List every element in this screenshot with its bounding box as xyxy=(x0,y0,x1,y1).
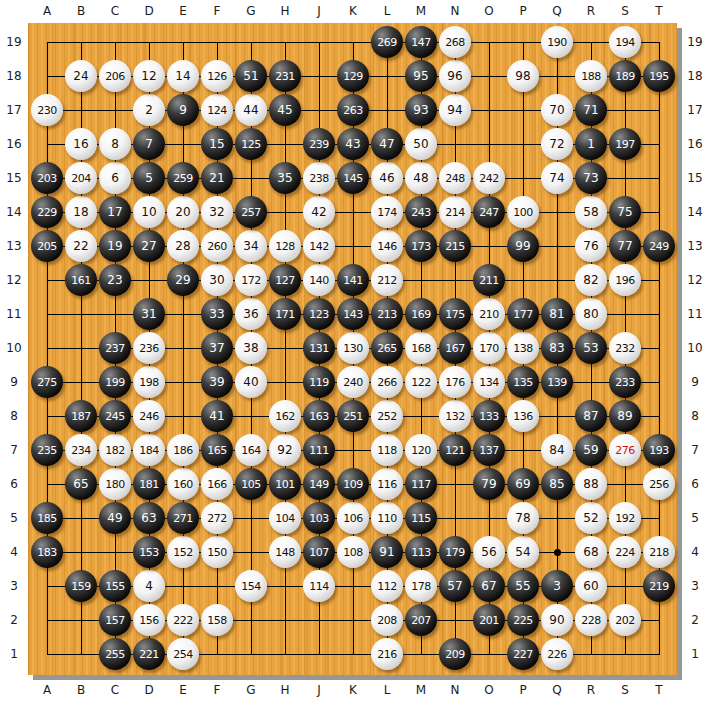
coord-bottom-label-D: D xyxy=(132,683,166,697)
coord-bottom-label-G: G xyxy=(234,683,268,697)
coord-top-label-E: E xyxy=(166,4,200,18)
coord-bottom-label-Q: Q xyxy=(540,683,574,697)
stone-P9-move-135: 135 xyxy=(507,366,539,398)
coord-right-label-4: 4 xyxy=(684,545,706,559)
stone-P4-move-54: 54 xyxy=(507,536,539,568)
coord-top-label-J: J xyxy=(302,4,336,18)
stone-C6-move-180: 180 xyxy=(99,468,131,500)
coord-top-label-P: P xyxy=(506,4,540,18)
coord-right-label-10: 10 xyxy=(684,341,706,355)
stone-S8-move-89: 89 xyxy=(609,400,641,432)
stone-D11-move-31: 31 xyxy=(133,298,165,330)
stone-Q2-move-90: 90 xyxy=(541,604,573,636)
stone-O12-move-211: 211 xyxy=(473,264,505,296)
stone-G7-move-164: 164 xyxy=(235,434,267,466)
stone-D4-move-153: 153 xyxy=(133,536,165,568)
stone-S2-move-202: 202 xyxy=(609,604,641,636)
stone-P3-move-55: 55 xyxy=(507,570,539,602)
stone-S13-move-77: 77 xyxy=(609,230,641,262)
stone-M6-move-117: 117 xyxy=(405,468,437,500)
stone-F7-move-165: 165 xyxy=(201,434,233,466)
stone-L9-move-266: 266 xyxy=(371,366,403,398)
stone-D3-move-4: 4 xyxy=(133,570,165,602)
stone-E14-move-20: 20 xyxy=(167,196,199,228)
coord-bottom-label-E: E xyxy=(166,683,200,697)
stone-H12-move-127: 127 xyxy=(269,264,301,296)
coord-top-label-L: L xyxy=(370,4,404,18)
stone-L16-move-47: 47 xyxy=(371,128,403,160)
stone-M3-move-178: 178 xyxy=(405,570,437,602)
stone-B7-move-234: 234 xyxy=(65,434,97,466)
stone-C1-move-255: 255 xyxy=(99,638,131,670)
stone-R16-move-1: 1 xyxy=(575,128,607,160)
coord-left-label-3: 3 xyxy=(3,579,25,593)
stone-H6-move-101: 101 xyxy=(269,468,301,500)
stone-L2-move-208: 208 xyxy=(371,604,403,636)
stone-P1-move-227: 227 xyxy=(507,638,539,670)
coord-top-label-F: F xyxy=(200,4,234,18)
coord-left-label-4: 4 xyxy=(3,545,25,559)
stone-S12-move-196: 196 xyxy=(609,264,641,296)
stone-H13-move-128: 128 xyxy=(269,230,301,262)
stone-O8-move-133: 133 xyxy=(473,400,505,432)
stone-R13-move-76: 76 xyxy=(575,230,607,262)
stone-B16-move-16: 16 xyxy=(65,128,97,160)
coord-right-label-16: 16 xyxy=(684,137,706,151)
stone-M19-move-147: 147 xyxy=(405,26,437,58)
stone-G12-move-172: 172 xyxy=(235,264,267,296)
stone-F16-move-15: 15 xyxy=(201,128,233,160)
coord-left-label-10: 10 xyxy=(3,341,25,355)
coord-bottom-label-N: N xyxy=(438,683,472,697)
coord-right-label-17: 17 xyxy=(684,103,706,117)
stone-O6-move-79: 79 xyxy=(473,468,505,500)
coord-right-label-11: 11 xyxy=(684,307,706,321)
stone-B18-move-24: 24 xyxy=(65,60,97,92)
stone-S16-move-197: 197 xyxy=(609,128,641,160)
coord-top-label-O: O xyxy=(472,4,506,18)
stone-D14-move-10: 10 xyxy=(133,196,165,228)
stone-M11-move-169: 169 xyxy=(405,298,437,330)
stone-S14-move-75: 75 xyxy=(609,196,641,228)
stone-C10-move-237: 237 xyxy=(99,332,131,364)
stone-D16-move-7: 7 xyxy=(133,128,165,160)
stone-M18-move-95: 95 xyxy=(405,60,437,92)
coord-bottom-label-S: S xyxy=(608,683,642,697)
stone-G10-move-38: 38 xyxy=(235,332,267,364)
stone-O7-move-137: 137 xyxy=(473,434,505,466)
stone-N4-move-179: 179 xyxy=(439,536,471,568)
stone-R8-move-87: 87 xyxy=(575,400,607,432)
coord-top-label-M: M xyxy=(404,4,438,18)
stone-D5-move-63: 63 xyxy=(133,502,165,534)
stone-F12-move-30: 30 xyxy=(201,264,233,296)
stone-J11-move-123: 123 xyxy=(303,298,335,330)
stone-F14-move-32: 32 xyxy=(201,196,233,228)
stone-H15-move-35: 35 xyxy=(269,162,301,194)
stone-J12-move-140: 140 xyxy=(303,264,335,296)
stone-D1-move-221: 221 xyxy=(133,638,165,670)
stone-J4-move-107: 107 xyxy=(303,536,335,568)
stone-C15-move-6: 6 xyxy=(99,162,131,194)
stone-S19-move-194: 194 xyxy=(609,26,641,58)
stone-P5-move-78: 78 xyxy=(507,502,539,534)
coord-top-label-Q: Q xyxy=(540,4,574,18)
stone-C12-move-23: 23 xyxy=(99,264,131,296)
coord-top-label-N: N xyxy=(438,4,472,18)
stone-F2-move-158: 158 xyxy=(201,604,233,636)
stone-H18-move-231: 231 xyxy=(269,60,301,92)
stone-R7-move-59: 59 xyxy=(575,434,607,466)
stone-N19-move-268: 268 xyxy=(439,26,471,58)
coord-left-label-1: 1 xyxy=(3,647,25,661)
stone-K12-move-141: 141 xyxy=(337,264,369,296)
stone-F11-move-33: 33 xyxy=(201,298,233,330)
coord-left-label-9: 9 xyxy=(3,375,25,389)
stone-C9-move-199: 199 xyxy=(99,366,131,398)
coord-left-label-6: 6 xyxy=(3,477,25,491)
stone-K6-move-109: 109 xyxy=(337,468,369,500)
stone-D7-move-184: 184 xyxy=(133,434,165,466)
stone-F17-move-124: 124 xyxy=(201,94,233,126)
stone-T13-move-249: 249 xyxy=(643,230,675,262)
coord-left-label-17: 17 xyxy=(3,103,25,117)
stone-F15-move-21: 21 xyxy=(201,162,233,194)
coord-left-label-2: 2 xyxy=(3,613,25,627)
stone-M5-move-115: 115 xyxy=(405,502,437,534)
stone-N3-move-57: 57 xyxy=(439,570,471,602)
stone-D18-move-12: 12 xyxy=(133,60,165,92)
star-point-Q4 xyxy=(554,549,561,556)
stone-N1-move-209: 209 xyxy=(439,638,471,670)
stone-P14-move-100: 100 xyxy=(507,196,539,228)
stone-Q1-move-226: 226 xyxy=(541,638,573,670)
stone-B15-move-204: 204 xyxy=(65,162,97,194)
stone-R15-move-73: 73 xyxy=(575,162,607,194)
coord-right-label-14: 14 xyxy=(684,205,706,219)
stone-L10-move-265: 265 xyxy=(371,332,403,364)
stone-H8-move-162: 162 xyxy=(269,400,301,432)
stone-D8-move-246: 246 xyxy=(133,400,165,432)
stone-R10-move-53: 53 xyxy=(575,332,607,364)
stone-H5-move-104: 104 xyxy=(269,502,301,534)
stone-R12-move-82: 82 xyxy=(575,264,607,296)
stone-A14-move-229: 229 xyxy=(31,196,63,228)
coord-right-label-8: 8 xyxy=(684,409,706,423)
coord-bottom-label-J: J xyxy=(302,683,336,697)
stone-L7-move-118: 118 xyxy=(371,434,403,466)
stone-B6-move-65: 65 xyxy=(65,468,97,500)
stone-O4-move-56: 56 xyxy=(473,536,505,568)
stone-C7-move-182: 182 xyxy=(99,434,131,466)
stone-Q16-move-72: 72 xyxy=(541,128,573,160)
stone-C14-move-17: 17 xyxy=(99,196,131,228)
stone-B12-move-161: 161 xyxy=(65,264,97,296)
stone-G17-move-44: 44 xyxy=(235,94,267,126)
stone-C13-move-19: 19 xyxy=(99,230,131,262)
stone-P18-move-98: 98 xyxy=(507,60,539,92)
coord-bottom-label-A: A xyxy=(30,683,64,697)
coord-bottom-label-T: T xyxy=(642,683,676,697)
coord-left-label-12: 12 xyxy=(3,273,25,287)
coord-right-label-5: 5 xyxy=(684,511,706,525)
stone-L15-move-46: 46 xyxy=(371,162,403,194)
stone-Q9-move-139: 139 xyxy=(541,366,573,398)
go-kifu-page: 1234567891012141516171819202122232427282… xyxy=(0,0,715,701)
stone-R17-move-71: 71 xyxy=(575,94,607,126)
stone-D9-move-198: 198 xyxy=(133,366,165,398)
stone-O9-move-134: 134 xyxy=(473,366,505,398)
stone-E13-move-28: 28 xyxy=(167,230,199,262)
stone-K5-move-106: 106 xyxy=(337,502,369,534)
stone-R14-move-58: 58 xyxy=(575,196,607,228)
stone-C18-move-206: 206 xyxy=(99,60,131,92)
stone-O2-move-201: 201 xyxy=(473,604,505,636)
coord-right-label-18: 18 xyxy=(684,69,706,83)
coord-top-label-S: S xyxy=(608,4,642,18)
stone-R4-move-68: 68 xyxy=(575,536,607,568)
stone-J5-move-103: 103 xyxy=(303,502,335,534)
stone-H7-move-92: 92 xyxy=(269,434,301,466)
stone-P6-move-69: 69 xyxy=(507,468,539,500)
stone-R2-move-228: 228 xyxy=(575,604,607,636)
stone-O15-move-242: 242 xyxy=(473,162,505,194)
stone-N9-move-176: 176 xyxy=(439,366,471,398)
stone-Q19-move-190: 190 xyxy=(541,26,573,58)
stone-Q11-move-81: 81 xyxy=(541,298,573,330)
stone-G16-move-125: 125 xyxy=(235,128,267,160)
stone-K11-move-143: 143 xyxy=(337,298,369,330)
stone-B8-move-187: 187 xyxy=(65,400,97,432)
coord-top-label-C: C xyxy=(98,4,132,18)
stone-M7-move-120: 120 xyxy=(405,434,437,466)
stone-L19-move-269: 269 xyxy=(371,26,403,58)
stone-S10-move-232: 232 xyxy=(609,332,641,364)
stone-Q7-move-84: 84 xyxy=(541,434,573,466)
coord-right-label-15: 15 xyxy=(684,171,706,185)
stone-C2-move-157: 157 xyxy=(99,604,131,636)
stone-F9-move-39: 39 xyxy=(201,366,233,398)
coord-top-label-H: H xyxy=(268,4,302,18)
stone-E6-move-160: 160 xyxy=(167,468,199,500)
stone-J8-move-163: 163 xyxy=(303,400,335,432)
coord-bottom-label-R: R xyxy=(574,683,608,697)
stone-L3-move-112: 112 xyxy=(371,570,403,602)
stone-H11-move-171: 171 xyxy=(269,298,301,330)
coord-right-label-2: 2 xyxy=(684,613,706,627)
stone-F13-move-260: 260 xyxy=(201,230,233,262)
coord-left-label-19: 19 xyxy=(3,35,25,49)
stone-F8-move-41: 41 xyxy=(201,400,233,432)
stone-L6-move-116: 116 xyxy=(371,468,403,500)
stone-K17-move-263: 263 xyxy=(337,94,369,126)
coord-right-label-9: 9 xyxy=(684,375,706,389)
stone-N17-move-94: 94 xyxy=(439,94,471,126)
stone-S4-move-224: 224 xyxy=(609,536,641,568)
stone-J16-move-239: 239 xyxy=(303,128,335,160)
coord-left-label-14: 14 xyxy=(3,205,25,219)
stone-K10-move-130: 130 xyxy=(337,332,369,364)
coord-bottom-label-P: P xyxy=(506,683,540,697)
stone-F6-move-166: 166 xyxy=(201,468,233,500)
stone-E12-move-29: 29 xyxy=(167,264,199,296)
stone-M15-move-48: 48 xyxy=(405,162,437,194)
stone-N7-move-121: 121 xyxy=(439,434,471,466)
stone-K15-move-145: 145 xyxy=(337,162,369,194)
coord-left-label-7: 7 xyxy=(3,443,25,457)
coord-top-label-R: R xyxy=(574,4,608,18)
stone-J13-move-142: 142 xyxy=(303,230,335,262)
stone-S18-move-189: 189 xyxy=(609,60,641,92)
stone-A5-move-185: 185 xyxy=(31,502,63,534)
stone-N13-move-215: 215 xyxy=(439,230,471,262)
stone-J14-move-42: 42 xyxy=(303,196,335,228)
stone-E7-move-186: 186 xyxy=(167,434,199,466)
stone-D6-move-181: 181 xyxy=(133,468,165,500)
coord-left-label-5: 5 xyxy=(3,511,25,525)
stone-Q10-move-83: 83 xyxy=(541,332,573,364)
coord-right-label-3: 3 xyxy=(684,579,706,593)
stone-A7-move-235: 235 xyxy=(31,434,63,466)
stone-D17-move-2: 2 xyxy=(133,94,165,126)
stone-L4-move-91: 91 xyxy=(371,536,403,568)
stone-M2-move-207: 207 xyxy=(405,604,437,636)
stone-D15-move-5: 5 xyxy=(133,162,165,194)
coord-right-label-13: 13 xyxy=(684,239,706,253)
stone-C8-move-245: 245 xyxy=(99,400,131,432)
stone-B3-move-159: 159 xyxy=(65,570,97,602)
stone-M9-move-122: 122 xyxy=(405,366,437,398)
coord-top-label-G: G xyxy=(234,4,268,18)
stone-D13-move-27: 27 xyxy=(133,230,165,262)
stone-F10-move-37: 37 xyxy=(201,332,233,364)
stone-E18-move-14: 14 xyxy=(167,60,199,92)
stone-J15-move-238: 238 xyxy=(303,162,335,194)
stone-G11-move-36: 36 xyxy=(235,298,267,330)
stone-R11-move-80: 80 xyxy=(575,298,607,330)
stone-E15-move-259: 259 xyxy=(167,162,199,194)
coord-left-label-8: 8 xyxy=(3,409,25,423)
stone-N10-move-167: 167 xyxy=(439,332,471,364)
stone-O14-move-247: 247 xyxy=(473,196,505,228)
stone-E1-move-254: 254 xyxy=(167,638,199,670)
stone-E2-move-222: 222 xyxy=(167,604,199,636)
stone-M13-move-173: 173 xyxy=(405,230,437,262)
stone-P10-move-138: 138 xyxy=(507,332,539,364)
stone-G13-move-34: 34 xyxy=(235,230,267,262)
coord-bottom-label-O: O xyxy=(472,683,506,697)
stone-G9-move-40: 40 xyxy=(235,366,267,398)
stone-M16-move-50: 50 xyxy=(405,128,437,160)
coord-bottom-label-B: B xyxy=(64,683,98,697)
stone-M14-move-243: 243 xyxy=(405,196,437,228)
coord-right-label-19: 19 xyxy=(684,35,706,49)
coord-bottom-label-C: C xyxy=(98,683,132,697)
coord-top-label-T: T xyxy=(642,4,676,18)
stone-L12-move-212: 212 xyxy=(371,264,403,296)
stone-T7-move-193: 193 xyxy=(643,434,675,466)
stone-F5-move-272: 272 xyxy=(201,502,233,534)
stone-D2-move-156: 156 xyxy=(133,604,165,636)
coord-bottom-label-F: F xyxy=(200,683,234,697)
stone-A17-move-230: 230 xyxy=(31,94,63,126)
coord-top-label-A: A xyxy=(30,4,64,18)
stone-G3-move-154: 154 xyxy=(235,570,267,602)
stone-N15-move-248: 248 xyxy=(439,162,471,194)
coord-bottom-label-K: K xyxy=(336,683,370,697)
stone-Q3-move-3: 3 xyxy=(541,570,573,602)
stone-A13-move-205: 205 xyxy=(31,230,63,262)
stone-L13-move-146: 146 xyxy=(371,230,403,262)
go-board[interactable]: 1234567891012141516171819202122232427282… xyxy=(28,23,677,675)
stone-C3-move-155: 155 xyxy=(99,570,131,602)
stone-K18-move-129: 129 xyxy=(337,60,369,92)
stone-F4-move-150: 150 xyxy=(201,536,233,568)
stone-K9-move-240: 240 xyxy=(337,366,369,398)
coord-bottom-label-M: M xyxy=(404,683,438,697)
stone-E17-move-9: 9 xyxy=(167,94,199,126)
stone-R6-move-88: 88 xyxy=(575,468,607,500)
stone-M4-move-113: 113 xyxy=(405,536,437,568)
coord-right-label-6: 6 xyxy=(684,477,706,491)
stone-M17-move-93: 93 xyxy=(405,94,437,126)
coord-top-label-B: B xyxy=(64,4,98,18)
stone-A4-move-183: 183 xyxy=(31,536,63,568)
coord-top-label-D: D xyxy=(132,4,166,18)
stone-N18-move-96: 96 xyxy=(439,60,471,92)
stone-H4-move-148: 148 xyxy=(269,536,301,568)
stone-L5-move-110: 110 xyxy=(371,502,403,534)
coord-bottom-label-H: H xyxy=(268,683,302,697)
stone-P8-move-136: 136 xyxy=(507,400,539,432)
coord-right-label-12: 12 xyxy=(684,273,706,287)
stone-P2-move-225: 225 xyxy=(507,604,539,636)
stone-S9-move-233: 233 xyxy=(609,366,641,398)
stone-J10-move-131: 131 xyxy=(303,332,335,364)
stone-K16-move-43: 43 xyxy=(337,128,369,160)
coord-left-label-16: 16 xyxy=(3,137,25,151)
stone-L14-move-174: 174 xyxy=(371,196,403,228)
stone-G6-move-105: 105 xyxy=(235,468,267,500)
stone-O3-move-67: 67 xyxy=(473,570,505,602)
stone-E4-move-152: 152 xyxy=(167,536,199,568)
stone-J6-move-149: 149 xyxy=(303,468,335,500)
stone-Q15-move-74: 74 xyxy=(541,162,573,194)
stone-R3-move-60: 60 xyxy=(575,570,607,602)
stone-N8-move-132: 132 xyxy=(439,400,471,432)
stone-P11-move-177: 177 xyxy=(507,298,539,330)
stone-R18-move-188: 188 xyxy=(575,60,607,92)
stone-S7-move-276: 276 xyxy=(609,434,641,466)
stone-T6-move-256: 256 xyxy=(643,468,675,500)
stone-S5-move-192: 192 xyxy=(609,502,641,534)
stone-Q17-move-70: 70 xyxy=(541,94,573,126)
stone-L8-move-252: 252 xyxy=(371,400,403,432)
stone-H17-move-45: 45 xyxy=(269,94,301,126)
stone-C5-move-49: 49 xyxy=(99,502,131,534)
stone-J3-move-114: 114 xyxy=(303,570,335,602)
stone-N14-move-214: 214 xyxy=(439,196,471,228)
stone-J7-move-111: 111 xyxy=(303,434,335,466)
stone-F18-move-126: 126 xyxy=(201,60,233,92)
coord-left-label-13: 13 xyxy=(3,239,25,253)
stone-Q6-move-85: 85 xyxy=(541,468,573,500)
stone-E5-move-271: 271 xyxy=(167,502,199,534)
stone-O11-move-210: 210 xyxy=(473,298,505,330)
stone-G14-move-257: 257 xyxy=(235,196,267,228)
stone-D10-move-236: 236 xyxy=(133,332,165,364)
stone-A15-move-203: 203 xyxy=(31,162,63,194)
